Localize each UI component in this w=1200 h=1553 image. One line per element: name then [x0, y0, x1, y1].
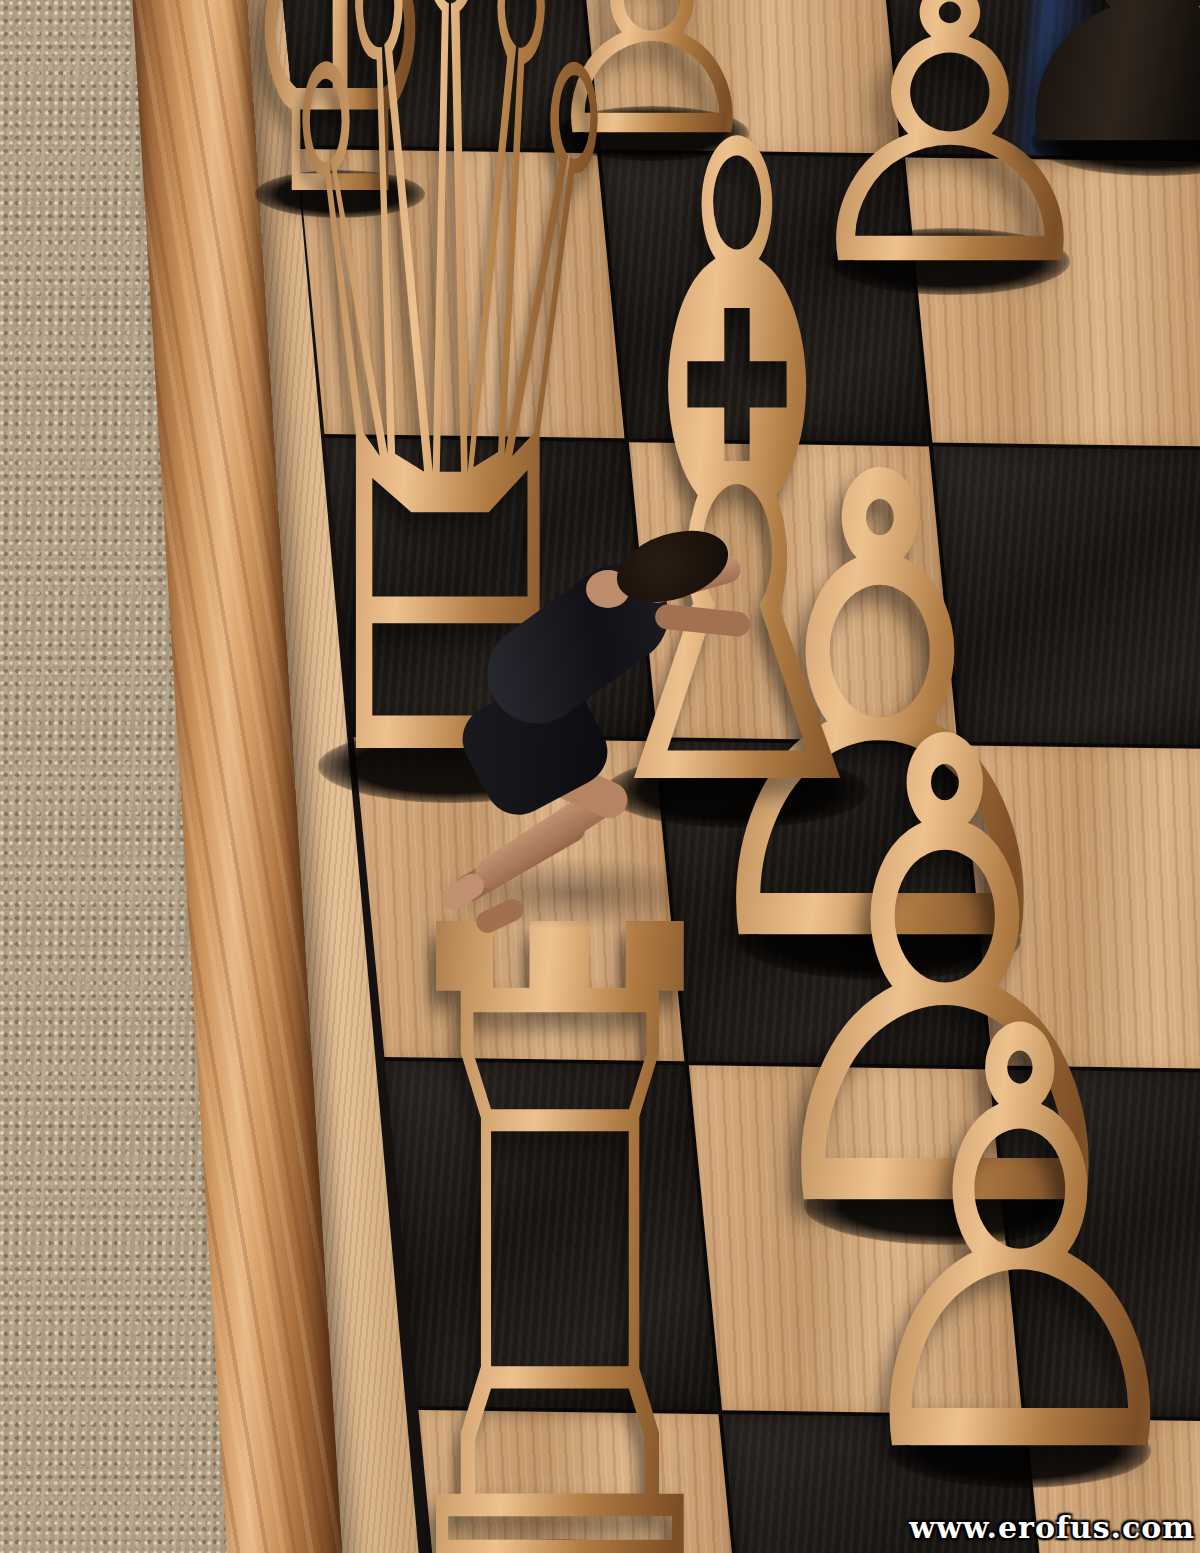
person-lower-arm [654, 603, 751, 638]
person-pushing-bishop [0, 0, 1200, 1553]
chess-scene: ♔♙♙♟♕♗♙♙♙♖ www.erofus.com [0, 0, 1200, 1553]
watermark-text: www.erofus.com [909, 1510, 1195, 1545]
